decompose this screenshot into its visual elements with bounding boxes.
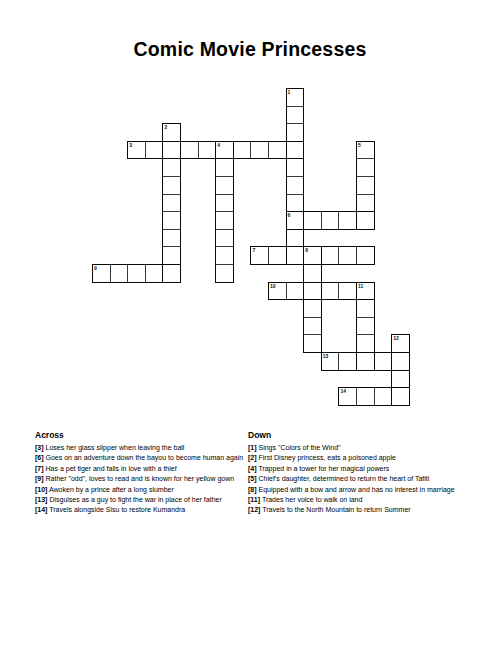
- grid-cell[interactable]: [303, 317, 322, 336]
- grid-cell[interactable]: [321, 211, 340, 230]
- grid-cell[interactable]: [321, 246, 340, 265]
- grid-cell[interactable]: [268, 282, 287, 301]
- grid-cell[interactable]: [356, 211, 375, 230]
- grid-cell[interactable]: [338, 282, 357, 301]
- grid-cell[interactable]: [356, 387, 375, 406]
- grid-cell[interactable]: [198, 141, 217, 160]
- grid-cell[interactable]: [286, 88, 305, 107]
- grid-cell[interactable]: [303, 211, 322, 230]
- clue-2-down: [2] First Disney princess, eats a poison…: [248, 453, 470, 463]
- grid-cell[interactable]: [374, 387, 393, 406]
- across-clues-list: [3] Loses her glass slipper when leaving…: [35, 443, 248, 516]
- grid-cell[interactable]: [303, 246, 322, 265]
- grid-cell[interactable]: [110, 264, 129, 283]
- clue-5-down: [5] Chief's daughter, determined to retu…: [248, 474, 470, 484]
- grid-cell[interactable]: [356, 352, 375, 371]
- grid-cell[interactable]: [356, 334, 375, 353]
- clue-10-across: [10] Awoken by a prince after a long slu…: [35, 485, 248, 495]
- across-clues-section: Across [3] Loses her glass slipper when …: [35, 430, 248, 516]
- grid-cell[interactable]: [286, 141, 305, 160]
- grid-cell[interactable]: [391, 334, 410, 353]
- clue-11-down: [11] Trades her voice to walk on land: [248, 495, 470, 505]
- grid-cell[interactable]: [338, 246, 357, 265]
- grid-cell[interactable]: [303, 334, 322, 353]
- grid-cell[interactable]: [250, 141, 269, 160]
- grid-cell[interactable]: [286, 158, 305, 177]
- grid-cell[interactable]: [286, 123, 305, 142]
- grid-cell[interactable]: [162, 158, 181, 177]
- grid-cell[interactable]: [268, 246, 287, 265]
- clue-12-down: [12] Travels to the North Mountain to re…: [248, 505, 470, 515]
- grid-cell[interactable]: [338, 352, 357, 371]
- grid-cell[interactable]: [145, 141, 164, 160]
- down-header: Down: [248, 430, 470, 440]
- grid-cell[interactable]: [162, 176, 181, 195]
- grid-cell[interactable]: [180, 141, 199, 160]
- grid-cell[interactable]: [303, 282, 322, 301]
- grid-cell[interactable]: [286, 106, 305, 125]
- grid-cell[interactable]: [127, 264, 146, 283]
- grid-cell[interactable]: [356, 176, 375, 195]
- grid-cell[interactable]: [356, 141, 375, 160]
- grid-cell[interactable]: [268, 141, 287, 160]
- grid-cell[interactable]: [215, 264, 234, 283]
- down-clues-list: [1] Sings "Colors of the Wind"[2] First …: [248, 443, 470, 516]
- crossword-grid: 1234567891011121314: [92, 88, 410, 406]
- grid-cell[interactable]: [356, 158, 375, 177]
- grid-cell[interactable]: [286, 211, 305, 230]
- grid-cell[interactable]: [215, 141, 234, 160]
- grid-cell[interactable]: [356, 282, 375, 301]
- grid-cell[interactable]: [374, 352, 393, 371]
- grid-cell[interactable]: [215, 211, 234, 230]
- grid-cell[interactable]: [391, 387, 410, 406]
- grid-cell[interactable]: [286, 229, 305, 248]
- grid-cell[interactable]: [162, 194, 181, 213]
- grid-cell[interactable]: [92, 264, 111, 283]
- grid-cell[interactable]: [356, 194, 375, 213]
- grid-cell[interactable]: [145, 264, 164, 283]
- clue-14-across: [14] Travels alongside Sisu to restore K…: [35, 505, 248, 515]
- grid-cell[interactable]: [162, 141, 181, 160]
- grid-cell[interactable]: [303, 264, 322, 283]
- grid-cell[interactable]: [215, 176, 234, 195]
- grid-cell[interactable]: [162, 264, 181, 283]
- grid-cell[interactable]: [162, 229, 181, 248]
- grid-cell[interactable]: [286, 246, 305, 265]
- grid-cell[interactable]: [162, 246, 181, 265]
- grid-cell[interactable]: [321, 282, 340, 301]
- grid-cell[interactable]: [215, 246, 234, 265]
- clue-4-down: [4] Trapped in a tower for her magical p…: [248, 464, 470, 474]
- grid-cell[interactable]: [391, 352, 410, 371]
- grid-cell[interactable]: [286, 176, 305, 195]
- down-clues-section: Down [1] Sings "Colors of the Wind"[2] F…: [248, 430, 470, 516]
- grid-cell[interactable]: [127, 141, 146, 160]
- grid-cell[interactable]: [356, 317, 375, 336]
- grid-cell[interactable]: [356, 246, 375, 265]
- grid-cell[interactable]: [215, 229, 234, 248]
- puzzle-title: Comic Movie Princesses: [0, 38, 500, 61]
- grid-cell[interactable]: [286, 194, 305, 213]
- grid-cell[interactable]: [321, 352, 340, 371]
- clue-13-across: [13] Disguises as a guy to fight the war…: [35, 495, 248, 505]
- grid-cell[interactable]: [162, 123, 181, 142]
- grid-cell[interactable]: [338, 387, 357, 406]
- clue-9-across: [9] Rather "odd", loves to read and is k…: [35, 474, 248, 484]
- grid-cell[interactable]: [391, 370, 410, 389]
- grid-cell[interactable]: [215, 194, 234, 213]
- across-header: Across: [35, 430, 248, 440]
- clue-1-down: [1] Sings "Colors of the Wind": [248, 443, 470, 453]
- grid-cell[interactable]: [233, 141, 252, 160]
- clue-8-down: [8] Equipped with a bow and arrow and ha…: [248, 485, 470, 495]
- grid-cell[interactable]: [303, 299, 322, 318]
- clue-7-across: [7] Has a pet tiger and falls in love wi…: [35, 464, 248, 474]
- grid-cell[interactable]: [250, 246, 269, 265]
- grid-cell[interactable]: [215, 158, 234, 177]
- clue-3-across: [3] Loses her glass slipper when leaving…: [35, 443, 248, 453]
- grid-cell[interactable]: [338, 211, 357, 230]
- grid-cell[interactable]: [356, 299, 375, 318]
- clue-6-across: [6] Goes on an adventure down the bayou …: [35, 453, 248, 463]
- grid-cell[interactable]: [162, 211, 181, 230]
- grid-cell[interactable]: [286, 282, 305, 301]
